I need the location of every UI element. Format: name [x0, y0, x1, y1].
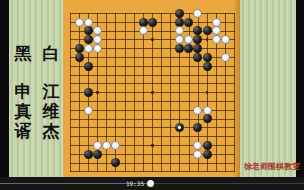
white-stone[interactable] — [175, 35, 184, 44]
black-stone[interactable] — [193, 44, 202, 53]
white-player-char: 维 — [41, 102, 61, 122]
white-player-char: 江 — [41, 82, 61, 102]
black-stone[interactable] — [75, 44, 84, 53]
black-stone[interactable] — [203, 62, 212, 71]
white-stone[interactable] — [193, 106, 202, 115]
black-stone[interactable] — [84, 62, 93, 71]
white-stone[interactable] — [93, 35, 102, 44]
white-stone[interactable] — [84, 18, 93, 27]
black-stone[interactable] — [193, 26, 202, 35]
white-stone[interactable] — [212, 18, 221, 27]
right-margin-panel — [240, 0, 296, 177]
player-info-panel: 黑申真谞白江维杰 — [9, 0, 63, 177]
star-point — [148, 141, 157, 150]
black-stone[interactable] — [203, 141, 212, 150]
black-stone[interactable] — [203, 26, 212, 35]
white-stone[interactable] — [93, 141, 102, 150]
star-point — [148, 88, 157, 97]
progress-knob[interactable] — [147, 180, 154, 187]
video-player-bar[interactable]: 19:35 — [0, 177, 304, 190]
white-stone[interactable] — [184, 35, 193, 44]
channel-watermark: 徐老师围棋教室 — [244, 162, 296, 172]
black-stone[interactable] — [84, 26, 93, 35]
black-stone[interactable] — [84, 35, 93, 44]
white-stone[interactable] — [193, 141, 202, 150]
black-player-char: 黑 — [13, 44, 33, 64]
black-stone[interactable] — [93, 150, 102, 159]
black-stone[interactable] — [75, 53, 84, 62]
white-stone[interactable] — [93, 26, 102, 35]
black-stone[interactable] — [193, 53, 202, 62]
black-stone[interactable] — [203, 114, 212, 123]
black-stone[interactable] — [184, 18, 193, 27]
white-stone[interactable] — [102, 141, 111, 150]
white-stone[interactable] — [139, 26, 148, 35]
white-player-char: 杰 — [41, 122, 61, 142]
black-player-char: 真 — [13, 102, 33, 122]
last-move-marker — [178, 126, 181, 129]
white-stone[interactable] — [221, 35, 230, 44]
go-board[interactable] — [63, 0, 240, 177]
black-stone[interactable] — [111, 158, 120, 167]
white-stone[interactable] — [111, 141, 120, 150]
star-point — [203, 88, 212, 97]
black-stone[interactable] — [184, 44, 193, 53]
letterbox-left — [0, 0, 9, 190]
star-point — [148, 35, 157, 44]
white-stone[interactable] — [84, 106, 93, 115]
black-stone[interactable] — [175, 123, 184, 132]
white-stone[interactable] — [84, 44, 93, 53]
black-player-char: 谞 — [13, 122, 33, 142]
star-point — [93, 88, 102, 97]
white-stone[interactable] — [203, 106, 212, 115]
white-stone[interactable] — [75, 18, 84, 27]
black-stone[interactable] — [148, 18, 157, 27]
black-stone[interactable] — [139, 18, 148, 27]
black-stone[interactable] — [175, 44, 184, 53]
black-stone[interactable] — [175, 18, 184, 27]
black-stone[interactable] — [193, 35, 202, 44]
white-stone[interactable] — [212, 26, 221, 35]
stone-grid — [65, 9, 239, 176]
black-stone[interactable] — [203, 53, 212, 62]
black-stone[interactable] — [193, 123, 202, 132]
star-point — [203, 35, 212, 44]
black-stone[interactable] — [175, 9, 184, 18]
white-stone[interactable] — [93, 44, 102, 53]
black-player-char: 申 — [13, 82, 33, 102]
black-stone[interactable] — [203, 150, 212, 159]
black-stone[interactable] — [84, 88, 93, 97]
white-stone[interactable] — [175, 26, 184, 35]
white-stone[interactable] — [193, 150, 202, 159]
white-stone[interactable] — [212, 35, 221, 44]
white-stone[interactable] — [221, 53, 230, 62]
white-stone[interactable] — [193, 9, 202, 18]
black-stone[interactable] — [84, 150, 93, 159]
time-label: 19:35 — [126, 179, 144, 188]
video-frame: 黑申真谞白江维杰 徐老师围棋教室 19:35 — [0, 0, 304, 190]
white-player-char: 白 — [41, 44, 61, 64]
